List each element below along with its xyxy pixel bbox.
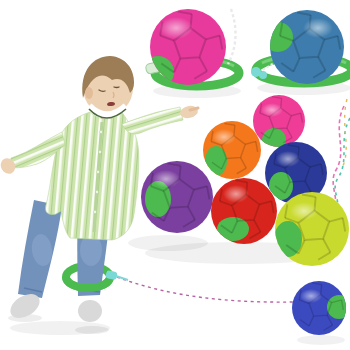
pile-ball-purple [141,161,213,233]
teal-clip [259,71,267,79]
pile-ball-red [211,178,277,244]
pink-skip-ball [142,9,239,88]
tethered-ball [292,281,350,335]
scene-svg [0,0,350,350]
tether-rope [117,277,294,302]
pile-ball-orange [203,121,261,179]
highlight [300,289,322,303]
green-patch [263,22,293,52]
ear [85,87,93,99]
blue-skip-ball [251,10,350,84]
shirt-right-arm [122,107,183,134]
product-photo [0,0,350,350]
pointing-finger [190,108,198,110]
pile-ropes [333,99,350,214]
highlight [303,18,333,38]
white-rope [228,9,236,64]
right-sock [78,300,102,322]
highlight [159,17,193,39]
